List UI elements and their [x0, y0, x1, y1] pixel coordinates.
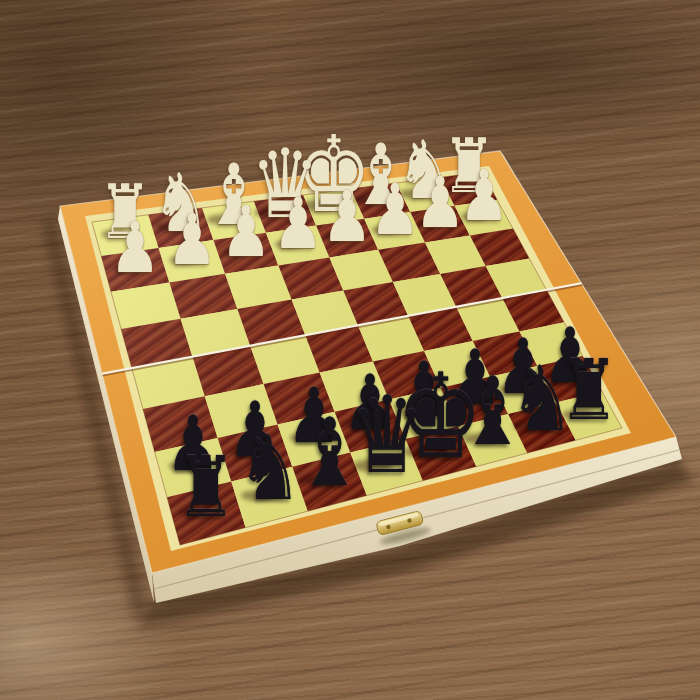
piece-white-pawn-c2: ♟	[369, 174, 420, 245]
piece-black-bishop-f8: ♝	[296, 406, 363, 500]
piece-white-pawn-h2: ♟	[110, 213, 161, 284]
piece-white-pawn-g2: ♟	[167, 204, 218, 275]
piece-black-rook-h8: ♜	[176, 446, 236, 529]
piece-white-pawn-f2: ♟	[221, 196, 272, 267]
piece-white-pawn-b2: ♟	[415, 167, 466, 238]
piece-white-pawn-a2: ♟	[459, 161, 510, 232]
pieces-layer: ♜♞♝♚♛♝♞♜♟♟♟♟♟♟♟♟♟♟♟♟♟♟♟♟♜♞♝♚♛♝♞♜	[0, 0, 700, 700]
table-surface: ♜♞♝♚♛♝♞♜♟♟♟♟♟♟♟♟♟♟♟♟♟♟♟♟♜♞♝♚♛♝♞♜	[0, 0, 700, 700]
piece-white-pawn-d2: ♟	[322, 181, 373, 252]
piece-black-knight-g8: ♞	[237, 425, 301, 515]
piece-white-pawn-e2: ♟	[272, 189, 323, 260]
